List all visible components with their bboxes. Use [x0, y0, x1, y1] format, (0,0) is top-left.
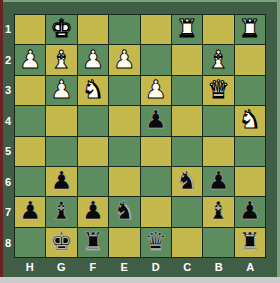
- square-h2[interactable]: ♟: [15, 45, 45, 74]
- piece-black-rook: ♜: [239, 229, 261, 254]
- square-f2[interactable]: ♟: [78, 45, 108, 74]
- piece-black-rook: ♜: [82, 229, 104, 254]
- square-f1[interactable]: [78, 15, 108, 44]
- piece-white-knight: ♞: [82, 77, 104, 102]
- file-label-f: F: [77, 258, 109, 275]
- square-h3[interactable]: [15, 76, 45, 105]
- square-h4[interactable]: [15, 106, 45, 135]
- piece-white-knight: ♞: [239, 107, 261, 132]
- square-g5[interactable]: [46, 137, 76, 166]
- piece-white-rook: ♜: [239, 16, 261, 41]
- square-a7[interactable]: ♟: [235, 197, 265, 226]
- square-h5[interactable]: [15, 137, 45, 166]
- square-g1[interactable]: ♚: [46, 15, 76, 44]
- square-e3[interactable]: [109, 76, 139, 105]
- piece-white-queen: ♛: [207, 77, 229, 102]
- square-a2[interactable]: [235, 45, 265, 74]
- square-c2[interactable]: [172, 45, 202, 74]
- piece-black-knight: ♞: [176, 168, 198, 193]
- square-c7[interactable]: [172, 197, 202, 226]
- file-labels: HGFEDCBA: [14, 258, 266, 275]
- piece-white-pawn: ♟: [113, 47, 135, 72]
- piece-white-rook: ♜: [176, 16, 198, 41]
- square-d5[interactable]: [141, 137, 171, 166]
- piece-white-king: ♚: [50, 16, 72, 41]
- square-d7[interactable]: [141, 197, 171, 226]
- square-f3[interactable]: ♞: [78, 76, 108, 105]
- piece-black-bishop: ♝: [50, 198, 72, 223]
- chess-diagram: 12345678 ♚♜♜♟♝♟♟♝♟♞♟♛♟♞♟♞♟♟♝♟♞♝♟♚♜♛♜ HGF…: [0, 0, 280, 283]
- square-c3[interactable]: [172, 76, 202, 105]
- piece-black-pawn: ♟: [19, 198, 41, 223]
- square-h1[interactable]: [15, 15, 45, 44]
- piece-white-pawn: ♟: [50, 77, 72, 102]
- square-c6[interactable]: ♞: [172, 167, 202, 196]
- rank-label-8: 8: [2, 228, 14, 259]
- square-c8[interactable]: [172, 228, 202, 257]
- rank-label-2: 2: [2, 45, 14, 76]
- piece-white-bishop: ♝: [50, 47, 72, 72]
- square-f4[interactable]: [78, 106, 108, 135]
- square-a3[interactable]: [235, 76, 265, 105]
- piece-black-pawn: ♟: [82, 198, 104, 223]
- file-label-g: G: [46, 258, 78, 275]
- square-c5[interactable]: [172, 137, 202, 166]
- rank-label-5: 5: [2, 136, 14, 167]
- square-b2[interactable]: ♝: [203, 45, 233, 74]
- square-b3[interactable]: ♛: [203, 76, 233, 105]
- file-label-e: E: [109, 258, 141, 275]
- square-d1[interactable]: [141, 15, 171, 44]
- square-d8[interactable]: ♛: [141, 228, 171, 257]
- square-h6[interactable]: [15, 167, 45, 196]
- rank-label-7: 7: [2, 197, 14, 228]
- square-h8[interactable]: [15, 228, 45, 257]
- file-label-h: H: [14, 258, 46, 275]
- square-e6[interactable]: [109, 167, 139, 196]
- square-a8[interactable]: ♜: [235, 228, 265, 257]
- piece-black-king: ♚: [50, 229, 72, 254]
- square-g2[interactable]: ♝: [46, 45, 76, 74]
- square-a4[interactable]: ♞: [235, 106, 265, 135]
- square-d2[interactable]: [141, 45, 171, 74]
- file-label-d: D: [140, 258, 172, 275]
- piece-black-pawn: ♟: [50, 168, 72, 193]
- square-g6[interactable]: ♟: [46, 167, 76, 196]
- square-c1[interactable]: ♜: [172, 15, 202, 44]
- square-e4[interactable]: [109, 106, 139, 135]
- piece-white-pawn: ♟: [144, 77, 166, 102]
- square-c4[interactable]: [172, 106, 202, 135]
- square-g8[interactable]: ♚: [46, 228, 76, 257]
- square-e5[interactable]: [109, 137, 139, 166]
- file-label-b: B: [203, 258, 235, 275]
- square-b5[interactable]: [203, 137, 233, 166]
- square-d6[interactable]: [141, 167, 171, 196]
- square-g3[interactable]: ♟: [46, 76, 76, 105]
- file-label-c: C: [172, 258, 204, 275]
- piece-black-knight: ♞: [113, 198, 135, 223]
- piece-white-pawn: ♟: [19, 47, 41, 72]
- square-a5[interactable]: [235, 137, 265, 166]
- piece-black-queen: ♛: [144, 229, 166, 254]
- square-g7[interactable]: ♝: [46, 197, 76, 226]
- piece-white-bishop: ♝: [207, 47, 229, 72]
- piece-white-pawn: ♟: [82, 47, 104, 72]
- square-e1[interactable]: [109, 15, 139, 44]
- square-f6[interactable]: [78, 167, 108, 196]
- square-d3[interactable]: ♟: [141, 76, 171, 105]
- square-g4[interactable]: [46, 106, 76, 135]
- square-e2[interactable]: ♟: [109, 45, 139, 74]
- square-b1[interactable]: [203, 15, 233, 44]
- square-f8[interactable]: ♜: [78, 228, 108, 257]
- square-e8[interactable]: [109, 228, 139, 257]
- piece-black-pawn: ♟: [239, 198, 261, 223]
- piece-black-pawn: ♟: [144, 107, 166, 132]
- square-d4[interactable]: ♟: [141, 106, 171, 135]
- square-b8[interactable]: [203, 228, 233, 257]
- rank-label-4: 4: [2, 106, 14, 137]
- chess-board: ♚♜♜♟♝♟♟♝♟♞♟♛♟♞♟♞♟♟♝♟♞♝♟♚♜♛♜: [14, 14, 266, 258]
- square-f5[interactable]: [78, 137, 108, 166]
- square-h7[interactable]: ♟: [15, 197, 45, 226]
- square-b7[interactable]: ♝: [203, 197, 233, 226]
- square-e7[interactable]: ♞: [109, 197, 139, 226]
- square-a6[interactable]: [235, 167, 265, 196]
- square-b4[interactable]: [203, 106, 233, 135]
- rank-label-1: 1: [2, 14, 14, 45]
- piece-black-bishop: ♝: [207, 198, 229, 223]
- rank-label-6: 6: [2, 167, 14, 198]
- square-b6[interactable]: ♟: [203, 167, 233, 196]
- piece-black-pawn: ♟: [207, 168, 229, 193]
- square-a1[interactable]: ♜: [235, 15, 265, 44]
- file-label-a: A: [235, 258, 267, 275]
- square-f7[interactable]: ♟: [78, 197, 108, 226]
- rank-label-3: 3: [2, 75, 14, 106]
- rank-labels: 12345678: [2, 14, 14, 258]
